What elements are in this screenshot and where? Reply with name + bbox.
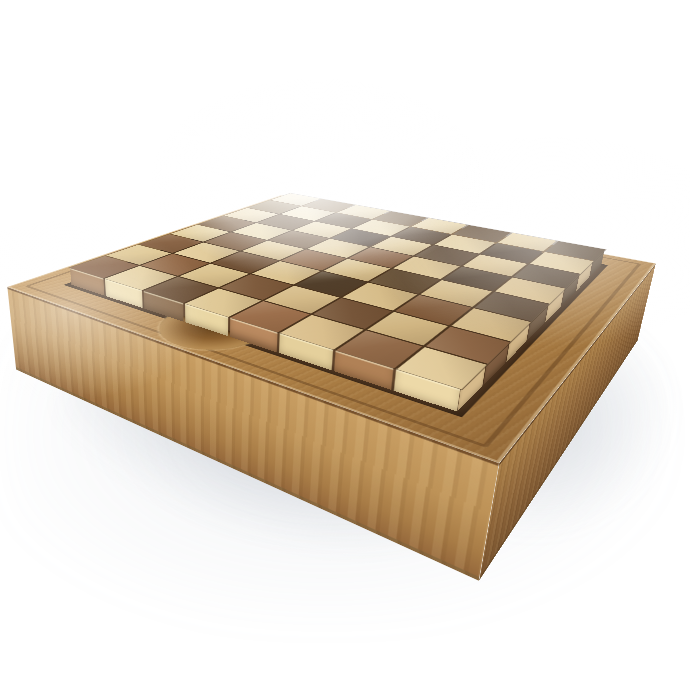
photo-scene: [0, 0, 690, 690]
product-photo: [0, 0, 690, 690]
wooden-puzzle-box: [16, 252, 639, 575]
